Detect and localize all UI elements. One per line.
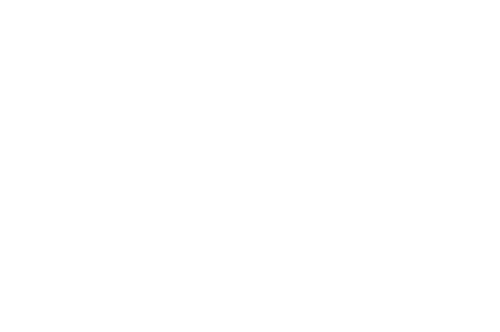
product-photo-canvas [0, 0, 500, 332]
folding-chess-set-photo [0, 0, 500, 332]
